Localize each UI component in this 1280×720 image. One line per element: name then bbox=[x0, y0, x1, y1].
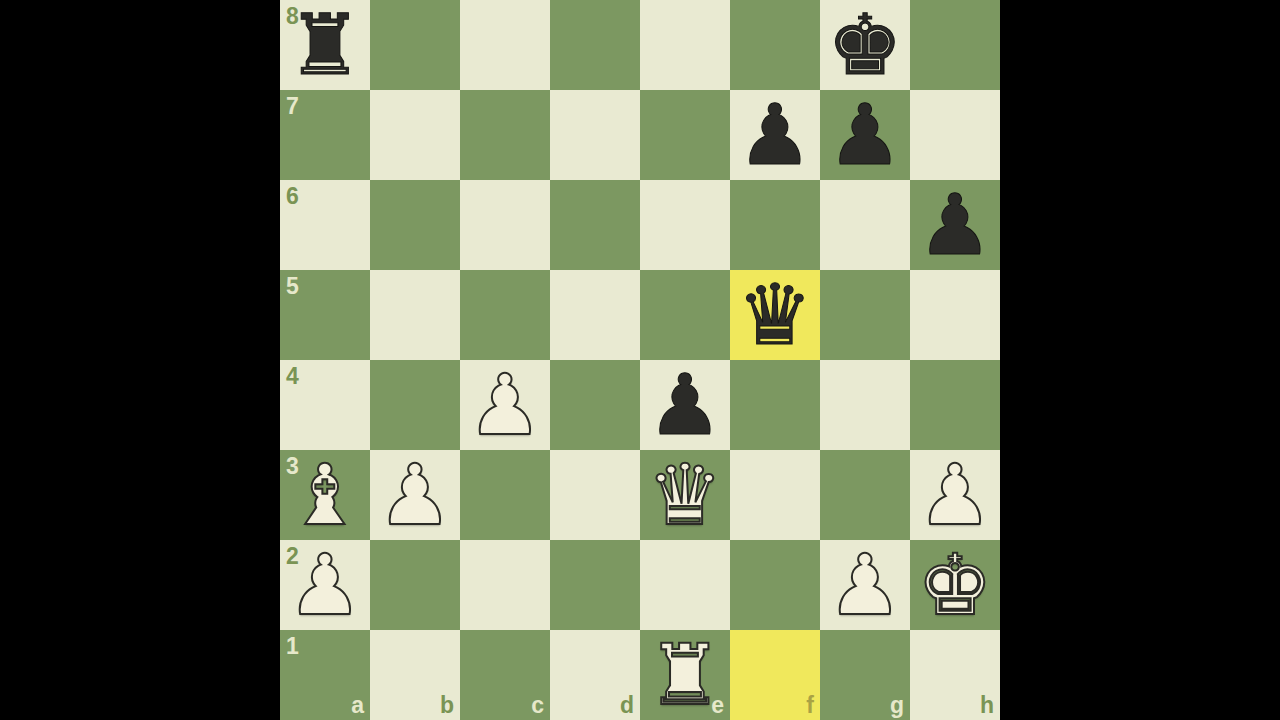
square-b6[interactable] bbox=[370, 180, 460, 270]
file-label-b: b bbox=[440, 692, 454, 719]
square-h3[interactable]: ♟ bbox=[910, 450, 1000, 540]
square-d1[interactable]: d bbox=[550, 630, 640, 720]
square-c2[interactable] bbox=[460, 540, 550, 630]
square-d6[interactable] bbox=[550, 180, 640, 270]
white-pawn-c4[interactable]: ♟ bbox=[460, 360, 550, 450]
black-rook-a8[interactable]: ♜ bbox=[280, 0, 370, 90]
square-a6[interactable]: 6 bbox=[280, 180, 370, 270]
square-h5[interactable] bbox=[910, 270, 1000, 360]
square-b5[interactable] bbox=[370, 270, 460, 360]
square-e1[interactable]: e♜ bbox=[640, 630, 730, 720]
square-c4[interactable]: ♟ bbox=[460, 360, 550, 450]
white-pawn-b3[interactable]: ♟ bbox=[370, 450, 460, 540]
square-g5[interactable] bbox=[820, 270, 910, 360]
square-c7[interactable] bbox=[460, 90, 550, 180]
black-king-g8[interactable]: ♚ bbox=[820, 0, 910, 90]
square-g1[interactable]: g bbox=[820, 630, 910, 720]
white-pawn-a2[interactable]: ♟ bbox=[280, 540, 370, 630]
square-a1[interactable]: 1a bbox=[280, 630, 370, 720]
square-f8[interactable] bbox=[730, 0, 820, 90]
file-label-f: f bbox=[806, 692, 814, 719]
white-queen-e3[interactable]: ♛ bbox=[640, 450, 730, 540]
square-d8[interactable] bbox=[550, 0, 640, 90]
square-f2[interactable] bbox=[730, 540, 820, 630]
white-pawn-h3[interactable]: ♟ bbox=[910, 450, 1000, 540]
rank-label-6: 6 bbox=[286, 183, 299, 210]
square-g3[interactable] bbox=[820, 450, 910, 540]
square-c5[interactable] bbox=[460, 270, 550, 360]
square-b4[interactable] bbox=[370, 360, 460, 450]
square-e6[interactable] bbox=[640, 180, 730, 270]
square-f6[interactable] bbox=[730, 180, 820, 270]
square-e2[interactable] bbox=[640, 540, 730, 630]
chess-board: 8♜♚7♟♟6♟5♛4♟♟3♝♟♛♟2♟♟♚1abcde♜fgh bbox=[280, 0, 1000, 720]
square-g2[interactable]: ♟ bbox=[820, 540, 910, 630]
black-pawn-h6[interactable]: ♟ bbox=[910, 180, 1000, 270]
square-h2[interactable]: ♚ bbox=[910, 540, 1000, 630]
white-bishop-a3[interactable]: ♝ bbox=[280, 450, 370, 540]
square-g8[interactable]: ♚ bbox=[820, 0, 910, 90]
black-queen-f5[interactable]: ♛ bbox=[730, 270, 820, 360]
black-pawn-g7[interactable]: ♟ bbox=[820, 90, 910, 180]
square-d7[interactable] bbox=[550, 90, 640, 180]
square-a2[interactable]: 2♟ bbox=[280, 540, 370, 630]
square-e5[interactable] bbox=[640, 270, 730, 360]
square-c8[interactable] bbox=[460, 0, 550, 90]
square-g6[interactable] bbox=[820, 180, 910, 270]
file-label-d: d bbox=[620, 692, 634, 719]
square-b2[interactable] bbox=[370, 540, 460, 630]
square-a7[interactable]: 7 bbox=[280, 90, 370, 180]
file-label-g: g bbox=[890, 692, 904, 719]
square-f3[interactable] bbox=[730, 450, 820, 540]
black-pawn-e4[interactable]: ♟ bbox=[640, 360, 730, 450]
rank-label-7: 7 bbox=[286, 93, 299, 120]
square-d3[interactable] bbox=[550, 450, 640, 540]
square-e7[interactable] bbox=[640, 90, 730, 180]
square-b8[interactable] bbox=[370, 0, 460, 90]
white-king-h2[interactable]: ♚ bbox=[910, 540, 1000, 630]
square-f7[interactable]: ♟ bbox=[730, 90, 820, 180]
square-h1[interactable]: h bbox=[910, 630, 1000, 720]
video-letterbox-background: 8♜♚7♟♟6♟5♛4♟♟3♝♟♛♟2♟♟♚1abcde♜fgh bbox=[0, 0, 1280, 720]
square-f5[interactable]: ♛ bbox=[730, 270, 820, 360]
square-b3[interactable]: ♟ bbox=[370, 450, 460, 540]
white-rook-e1[interactable]: ♜ bbox=[640, 630, 730, 720]
square-e3[interactable]: ♛ bbox=[640, 450, 730, 540]
square-g4[interactable] bbox=[820, 360, 910, 450]
white-pawn-g2[interactable]: ♟ bbox=[820, 540, 910, 630]
square-c1[interactable]: c bbox=[460, 630, 550, 720]
square-h4[interactable] bbox=[910, 360, 1000, 450]
rank-label-5: 5 bbox=[286, 273, 299, 300]
rank-label-4: 4 bbox=[286, 363, 299, 390]
black-pawn-f7[interactable]: ♟ bbox=[730, 90, 820, 180]
rank-label-1: 1 bbox=[286, 633, 299, 660]
square-d4[interactable] bbox=[550, 360, 640, 450]
file-label-h: h bbox=[980, 692, 994, 719]
square-f1[interactable]: f bbox=[730, 630, 820, 720]
square-g7[interactable]: ♟ bbox=[820, 90, 910, 180]
square-a3[interactable]: 3♝ bbox=[280, 450, 370, 540]
square-a4[interactable]: 4 bbox=[280, 360, 370, 450]
square-a8[interactable]: 8♜ bbox=[280, 0, 370, 90]
square-e8[interactable] bbox=[640, 0, 730, 90]
square-e4[interactable]: ♟ bbox=[640, 360, 730, 450]
square-h8[interactable] bbox=[910, 0, 1000, 90]
square-f4[interactable] bbox=[730, 360, 820, 450]
square-d5[interactable] bbox=[550, 270, 640, 360]
square-b1[interactable]: b bbox=[370, 630, 460, 720]
square-h7[interactable] bbox=[910, 90, 1000, 180]
square-b7[interactable] bbox=[370, 90, 460, 180]
square-c3[interactable] bbox=[460, 450, 550, 540]
square-c6[interactable] bbox=[460, 180, 550, 270]
square-d2[interactable] bbox=[550, 540, 640, 630]
file-label-c: c bbox=[531, 692, 544, 719]
square-h6[interactable]: ♟ bbox=[910, 180, 1000, 270]
file-label-a: a bbox=[351, 692, 364, 719]
square-a5[interactable]: 5 bbox=[280, 270, 370, 360]
